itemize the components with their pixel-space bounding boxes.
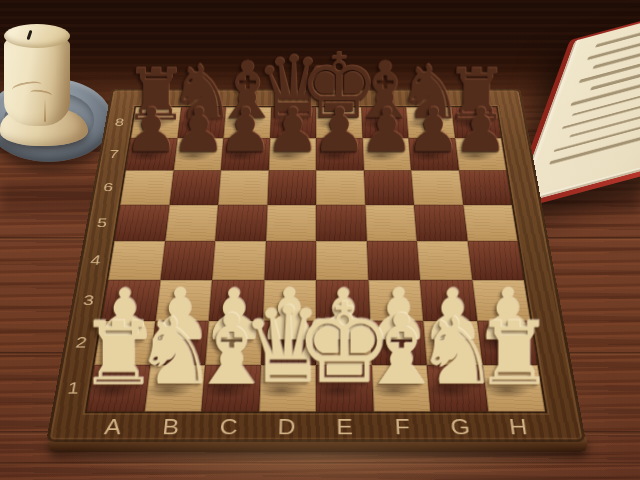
rank-label-2: 2 xyxy=(60,321,101,365)
file-label-a: A xyxy=(82,412,144,442)
piece-white-king[interactable]: ♚ xyxy=(295,298,394,392)
square-a7[interactable]: ♟ xyxy=(126,138,177,170)
square-d6[interactable] xyxy=(267,170,316,204)
file-label-c: C xyxy=(199,412,259,442)
square-f6[interactable] xyxy=(364,170,414,204)
rank-label-8: 8 xyxy=(103,107,136,138)
square-e7[interactable]: ♟ xyxy=(316,138,364,170)
rank-label-4: 4 xyxy=(76,241,114,280)
candle-wick xyxy=(27,30,33,40)
square-a6[interactable] xyxy=(120,170,173,204)
file-label-f: F xyxy=(373,412,433,442)
square-c6[interactable] xyxy=(218,170,268,204)
square-h7[interactable]: ♟ xyxy=(455,138,506,170)
square-c1[interactable]: ♝ xyxy=(201,365,260,412)
square-h6[interactable] xyxy=(459,170,512,204)
square-e6[interactable] xyxy=(316,170,365,204)
square-f5[interactable] xyxy=(365,205,417,241)
file-label-g: G xyxy=(431,412,492,442)
square-b7[interactable]: ♟ xyxy=(173,138,223,170)
square-g7[interactable]: ♟ xyxy=(409,138,459,170)
candle-drip-trail xyxy=(44,98,46,122)
square-h5[interactable] xyxy=(463,205,518,241)
chess-scene: 87654321 ABCDEFGH ♜♞♝♛♚♝♞♜♟♟♟♟♟♟♟♟♟♟♟♟♟♟… xyxy=(0,0,640,480)
square-c5[interactable] xyxy=(215,205,267,241)
square-d5[interactable] xyxy=(266,205,316,241)
square-c7[interactable]: ♟ xyxy=(221,138,270,170)
square-f7[interactable]: ♟ xyxy=(362,138,411,170)
rank-label-5: 5 xyxy=(83,205,120,241)
square-g5[interactable] xyxy=(414,205,467,241)
square-b6[interactable] xyxy=(169,170,221,204)
square-e1[interactable]: ♚ xyxy=(316,365,373,412)
square-e5[interactable] xyxy=(316,205,366,241)
file-label-b: B xyxy=(141,412,202,442)
rank-label-7: 7 xyxy=(96,138,130,170)
file-label-e: E xyxy=(316,412,375,442)
candle-top-face xyxy=(4,24,70,48)
piece-black-pawn[interactable]: ♟ xyxy=(453,105,508,157)
candle xyxy=(0,24,100,154)
file-labels: ABCDEFGH xyxy=(82,412,550,442)
table-plank-seam xyxy=(0,462,640,465)
board-grid: ♜♞♝♛♚♝♞♜♟♟♟♟♟♟♟♟♟♟♟♟♟♟♟♟♜♞♝♛♚♝♞♜ xyxy=(87,107,545,411)
square-a5[interactable] xyxy=(114,205,169,241)
file-label-h: H xyxy=(488,412,550,442)
file-label-d: D xyxy=(258,412,317,442)
square-d7[interactable]: ♟ xyxy=(268,138,316,170)
square-g6[interactable] xyxy=(411,170,463,204)
rank-label-6: 6 xyxy=(90,170,126,204)
chess-board: 87654321 ABCDEFGH ♜♞♝♛♚♝♞♜♟♟♟♟♟♟♟♟♟♟♟♟♟♟… xyxy=(46,89,586,442)
piece-white-bishop[interactable]: ♝ xyxy=(188,309,275,392)
square-b5[interactable] xyxy=(165,205,218,241)
rank-label-3: 3 xyxy=(69,280,109,321)
rank-label-1: 1 xyxy=(52,365,95,412)
